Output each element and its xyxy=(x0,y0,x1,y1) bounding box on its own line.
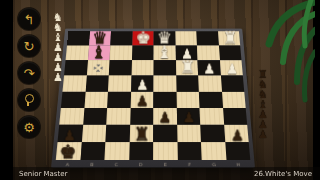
square-e4[interactable] xyxy=(153,91,176,107)
square-d8[interactable]: ♚ xyxy=(132,31,154,45)
chess-board[interactable]: ♛♚♛♜♝♝♟♜♟♟♟♟♟♟♟♜♟♚ xyxy=(56,31,251,160)
anger-emote-icon xyxy=(92,64,103,73)
square-f2[interactable] xyxy=(177,125,201,142)
square-h6[interactable]: ♟ xyxy=(220,60,243,75)
square-e3[interactable]: ♟ xyxy=(153,108,176,125)
square-c5[interactable] xyxy=(108,76,131,92)
square-b6[interactable] xyxy=(86,60,109,75)
move-status-label: 26.White's Move xyxy=(254,170,312,178)
takeback-button[interactable]: ↷ xyxy=(18,62,40,84)
redo-circular-icon: ↻ xyxy=(24,40,35,53)
square-g6[interactable]: ♟ xyxy=(198,60,221,75)
square-f5[interactable] xyxy=(176,76,199,92)
piece-wR-f6[interactable]: ♜ xyxy=(176,58,198,76)
piece-bP-h2[interactable]: ♟ xyxy=(225,127,249,143)
square-a1[interactable]: ♚ xyxy=(56,142,82,160)
square-b4[interactable] xyxy=(84,91,108,107)
square-b2[interactable] xyxy=(81,125,106,142)
piece-wP-g6[interactable]: ♟ xyxy=(198,62,220,77)
square-c8[interactable] xyxy=(110,31,132,45)
square-h4[interactable] xyxy=(222,91,246,107)
captured-black-pieces-tray: ♜♞♞♝♟♟♟ xyxy=(258,70,268,140)
piece-bK-a1[interactable]: ♚ xyxy=(56,141,80,161)
square-e5[interactable] xyxy=(153,76,176,92)
square-d6[interactable] xyxy=(131,60,153,75)
chess-board-anchor: ♛♚♛♜♝♝♟♜♟♟♟♟♟♟♟♜♟♚ ABCDEFGH xyxy=(51,0,265,168)
square-f6[interactable]: ♜ xyxy=(176,60,199,75)
status-bar: Senior Master 26.White's Move xyxy=(0,167,320,180)
square-h3[interactable] xyxy=(223,108,248,125)
square-f1[interactable] xyxy=(177,142,202,160)
chess-board-frame: ♛♚♛♜♝♝♟♜♟♟♟♟♟♟♟♜♟♚ ABCDEFGH xyxy=(51,29,255,168)
square-g2[interactable] xyxy=(200,125,225,142)
square-a4[interactable] xyxy=(61,91,85,107)
square-h8[interactable]: ♜ xyxy=(218,31,241,45)
square-a6[interactable] xyxy=(64,60,87,75)
square-g8[interactable] xyxy=(196,31,218,45)
undo-button[interactable]: ↰ xyxy=(18,8,40,30)
piece-wP-d5[interactable]: ♟ xyxy=(131,77,154,92)
square-a7[interactable] xyxy=(66,46,89,61)
square-f8[interactable] xyxy=(175,31,197,45)
square-b1[interactable] xyxy=(80,142,105,160)
square-a5[interactable] xyxy=(62,76,86,92)
right-letterbox-bar xyxy=(313,0,320,180)
square-c6[interactable] xyxy=(109,60,132,75)
sidebar-controls: ↰↻↷⚙ xyxy=(18,8,48,138)
square-c4[interactable] xyxy=(107,91,131,107)
difficulty-label: Senior Master xyxy=(19,170,67,178)
square-a8[interactable] xyxy=(67,31,90,45)
piece-bP-e3[interactable]: ♟ xyxy=(153,110,177,125)
square-c2[interactable] xyxy=(105,125,129,142)
piece-bB-b7[interactable]: ♝ xyxy=(87,43,109,61)
square-g5[interactable] xyxy=(198,76,221,92)
status-bar-corner-chip xyxy=(0,167,13,180)
square-c3[interactable] xyxy=(106,108,130,125)
square-h5[interactable] xyxy=(220,76,244,92)
gear-icon: ⚙ xyxy=(23,121,35,134)
settings-button[interactable]: ⚙ xyxy=(18,116,40,138)
square-b3[interactable] xyxy=(83,108,107,125)
captured-pawn: ♟ xyxy=(53,73,63,83)
square-b5[interactable] xyxy=(85,76,109,92)
piece-wP-h6[interactable]: ♟ xyxy=(221,62,243,77)
piece-wB-e7[interactable]: ♝ xyxy=(154,43,176,61)
square-g1[interactable] xyxy=(201,142,226,160)
captured-pawn: ♟ xyxy=(258,130,268,140)
square-d1[interactable] xyxy=(129,142,153,160)
square-e6[interactable] xyxy=(153,60,175,75)
piece-bP-f3[interactable]: ♟ xyxy=(177,110,201,125)
square-e7[interactable]: ♝ xyxy=(154,46,176,61)
redo-button[interactable]: ↻ xyxy=(18,35,40,57)
square-h7[interactable] xyxy=(219,46,242,61)
square-g7[interactable] xyxy=(197,46,220,61)
square-h2[interactable]: ♟ xyxy=(224,125,249,142)
captured-white-pieces-tray: ♞♞♝♟♟♟♟ xyxy=(53,13,63,83)
piece-wR-h8[interactable]: ♜ xyxy=(219,29,241,47)
left-letterbox-bar xyxy=(0,0,13,180)
square-d2[interactable]: ♜ xyxy=(129,125,153,142)
piece-bP-d4[interactable]: ♟ xyxy=(130,93,153,108)
square-e2[interactable] xyxy=(153,125,177,142)
square-g4[interactable] xyxy=(199,91,223,107)
square-e1[interactable] xyxy=(153,142,177,160)
square-c1[interactable] xyxy=(104,142,129,160)
square-g3[interactable] xyxy=(199,108,223,125)
square-c7[interactable] xyxy=(110,46,132,61)
square-f4[interactable] xyxy=(176,91,199,107)
lightbulb-icon xyxy=(25,94,34,103)
square-d5[interactable]: ♟ xyxy=(131,76,154,92)
square-d7[interactable] xyxy=(132,46,154,61)
square-d4[interactable]: ♟ xyxy=(130,91,153,107)
undo-icon: ↰ xyxy=(24,13,35,26)
square-h1[interactable] xyxy=(225,142,250,160)
square-b7[interactable]: ♝ xyxy=(88,46,111,61)
square-a3[interactable] xyxy=(59,108,84,125)
curved-arrow-icon: ↷ xyxy=(24,67,35,80)
piece-bR-d2[interactable]: ♜ xyxy=(129,123,153,143)
square-f3[interactable]: ♟ xyxy=(176,108,200,125)
piece-wK-d8[interactable]: ♚ xyxy=(132,29,154,47)
hint-button[interactable] xyxy=(18,89,40,111)
